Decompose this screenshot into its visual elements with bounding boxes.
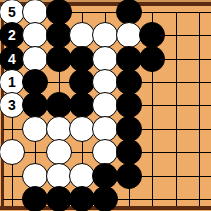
- go-stone-black[interactable]: [139, 22, 165, 48]
- go-stone-black[interactable]: [116, 163, 142, 189]
- go-stone-black[interactable]: [116, 92, 142, 118]
- go-stone-white[interactable]: [92, 92, 118, 118]
- grid-line-vertical: [176, 12, 177, 206]
- go-stone-white[interactable]: [92, 139, 118, 165]
- move-number-label: 4: [8, 52, 16, 66]
- go-stone-black[interactable]: [139, 46, 165, 72]
- go-stone-white[interactable]: [22, 22, 48, 48]
- go-board[interactable]: 52413: [0, 0, 211, 211]
- go-stone-white[interactable]: [46, 139, 72, 165]
- move-number-label: 3: [8, 98, 16, 112]
- move-number-label: 1: [8, 75, 16, 89]
- go-stone-black[interactable]: [22, 186, 48, 211]
- move-number-label: 5: [8, 5, 16, 19]
- go-stone-black[interactable]: [22, 92, 48, 118]
- go-stone-white[interactable]: [22, 116, 48, 142]
- go-stone-white[interactable]: [0, 139, 25, 165]
- move-number-label: 2: [8, 28, 16, 42]
- go-stone-black[interactable]: [116, 139, 142, 165]
- grid-line-vertical: [199, 12, 200, 206]
- go-stone-black[interactable]: [92, 186, 118, 211]
- go-stone-white[interactable]: [92, 22, 118, 48]
